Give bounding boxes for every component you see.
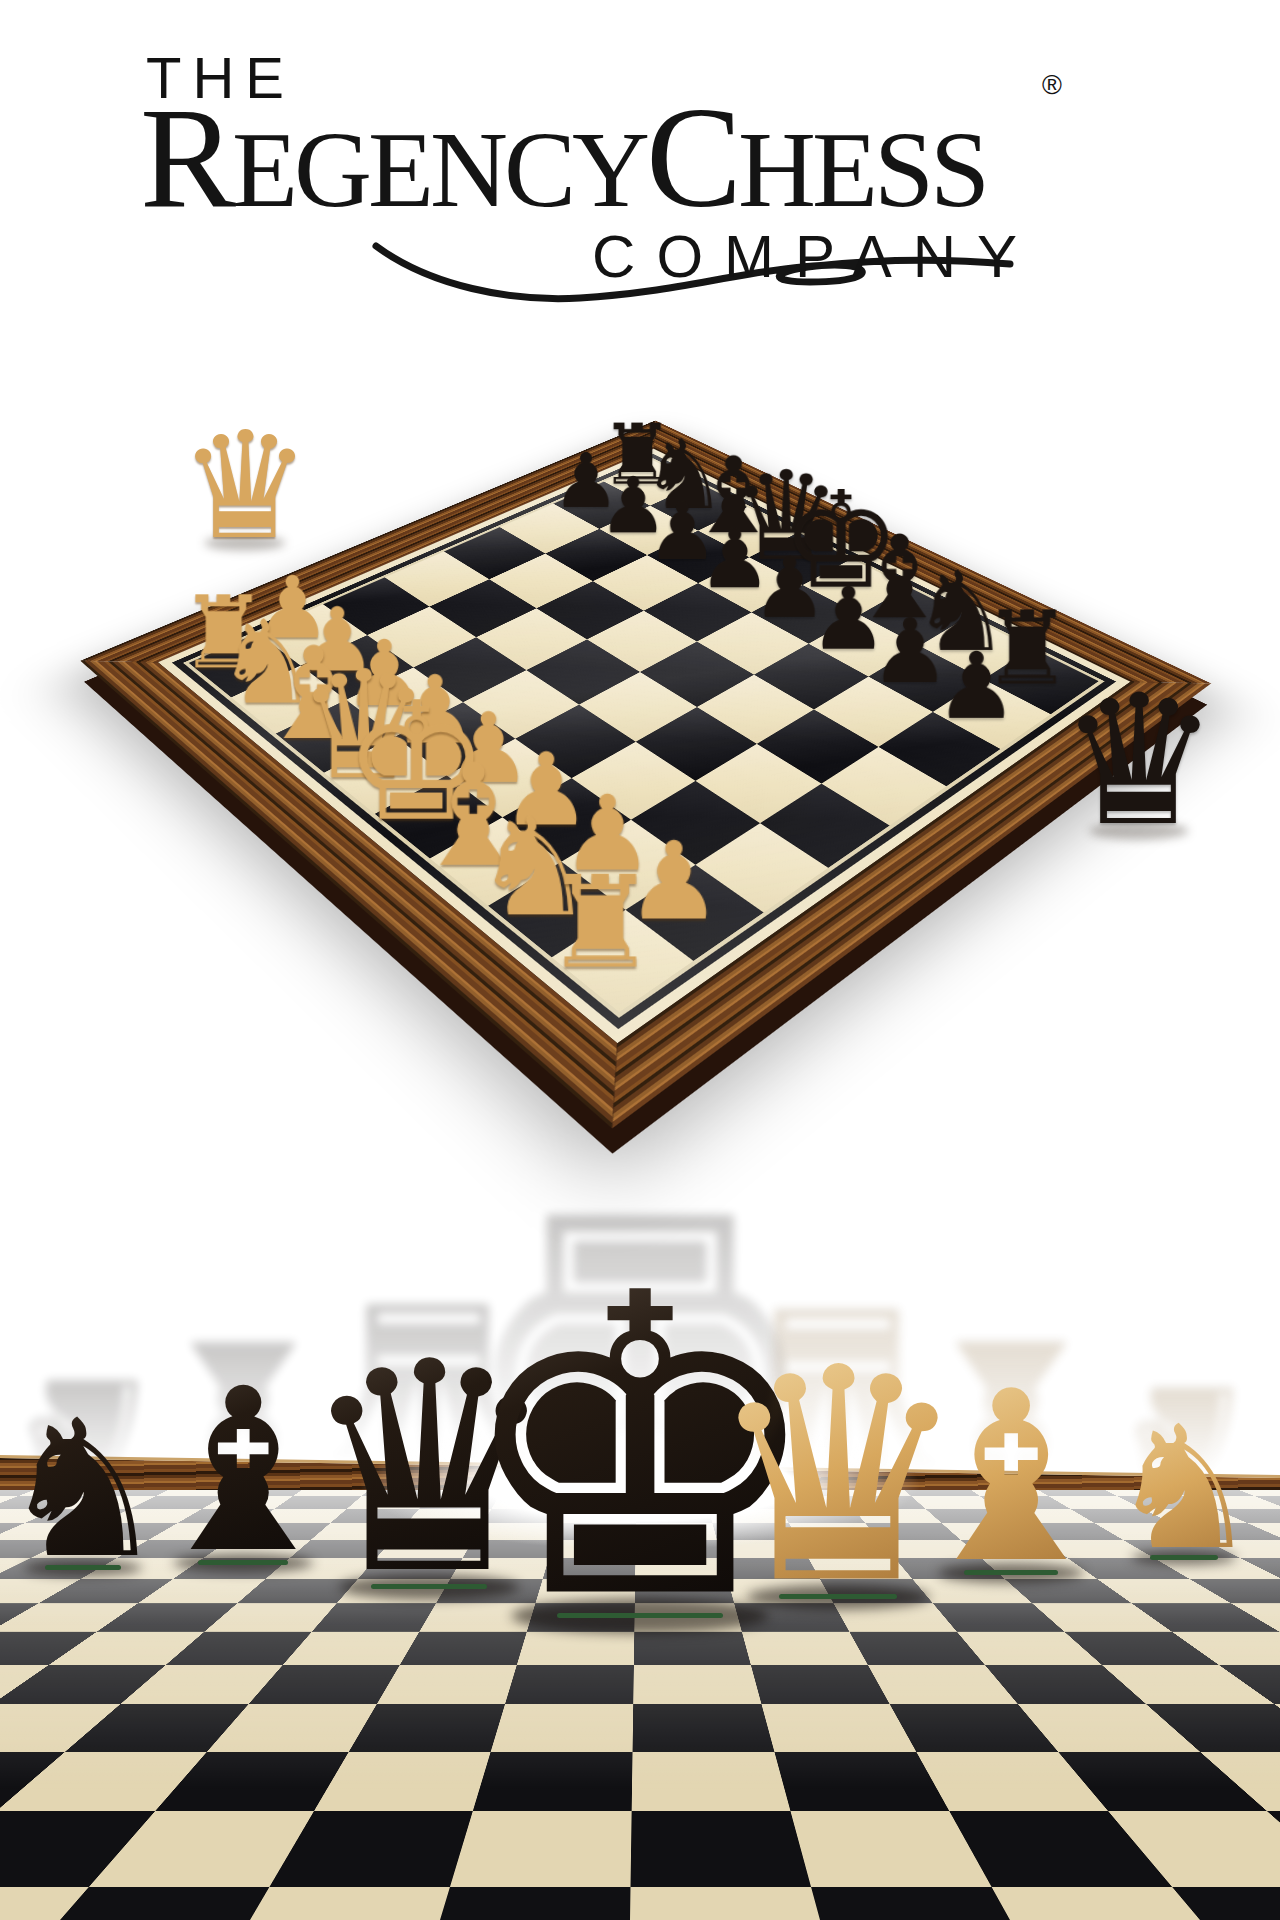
piece-glyph: ♟	[872, 640, 1081, 732]
logo-word-regency: EGENCY	[232, 110, 646, 229]
piece-glyph: ♞	[964, 1403, 1280, 1573]
logo-wordmark: REGENCYCHESS	[140, 86, 986, 230]
registered-trademark-icon: ®	[1042, 70, 1062, 101]
product-photo-page: THE REGENCYCHESS ® COMPANY ♜♞♝♛♚♝♞♜♟♟♟♟♟…	[0, 0, 1280, 1920]
logo-word-chess: HESS	[738, 110, 986, 229]
logo-letter-c: C	[646, 78, 738, 237]
logo-letter-r: R	[140, 78, 232, 237]
spare-queen-white: ♛	[179, 412, 312, 560]
regency-chess-logo: THE REGENCYCHESS ® COMPANY	[140, 40, 1100, 290]
pieces-closeup-photo: ♞♞♝♝♛♛♚♚♛♛♝♝♞♞	[0, 950, 1280, 1920]
spare-queen-black: ♛	[1058, 671, 1219, 851]
